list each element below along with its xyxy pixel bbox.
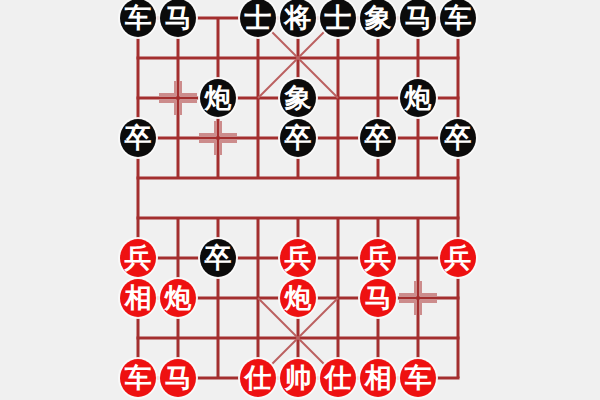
- piece-red-cannon[interactable]: 炮: [280, 279, 316, 317]
- marker-corner-icon: [219, 140, 237, 155]
- piece-black-elephant[interactable]: 象: [280, 79, 316, 117]
- piece-red-soldier[interactable]: 兵: [280, 239, 316, 277]
- marker-corner-icon: [419, 281, 437, 296]
- last-move-marker: [159, 81, 197, 115]
- piece-red-chariot[interactable]: 车: [400, 359, 436, 397]
- piece-red-advisor[interactable]: 仕: [320, 359, 356, 397]
- marker-corner-icon: [159, 81, 177, 96]
- piece-black-chariot[interactable]: 车: [440, 0, 476, 37]
- piece-red-horse[interactable]: 马: [160, 359, 196, 397]
- marker-corner-icon: [199, 140, 217, 155]
- xiangqi-board[interactable]: 车马士将士象马车炮象炮卒卒卒卒兵卒兵兵兵相炮炮马车马仕帅仕相车: [0, 0, 600, 400]
- marker-corner-icon: [159, 100, 177, 115]
- marker-corner-icon: [219, 121, 237, 136]
- piece-red-general[interactable]: 帅: [280, 359, 316, 397]
- piece-black-cannon[interactable]: 炮: [400, 79, 436, 117]
- marker-corner-icon: [399, 300, 417, 315]
- marker-corner-icon: [179, 81, 197, 96]
- last-move-marker: [199, 121, 237, 155]
- marker-corner-icon: [199, 121, 217, 136]
- piece-red-chariot[interactable]: 车: [120, 359, 156, 397]
- piece-black-soldier[interactable]: 卒: [360, 119, 396, 157]
- board-grid-lines: [0, 0, 600, 400]
- piece-black-soldier[interactable]: 卒: [200, 239, 236, 277]
- piece-black-general[interactable]: 将: [280, 0, 316, 37]
- piece-black-horse[interactable]: 马: [160, 0, 196, 37]
- piece-red-cannon[interactable]: 炮: [160, 279, 196, 317]
- piece-black-cannon[interactable]: 炮: [200, 79, 236, 117]
- piece-black-advisor[interactable]: 士: [240, 0, 276, 37]
- marker-corner-icon: [179, 100, 197, 115]
- piece-black-elephant[interactable]: 象: [360, 0, 396, 37]
- piece-red-elephant[interactable]: 相: [360, 359, 396, 397]
- last-move-marker: [399, 281, 437, 315]
- piece-red-advisor[interactable]: 仕: [240, 359, 276, 397]
- piece-black-soldier[interactable]: 卒: [440, 119, 476, 157]
- piece-black-soldier[interactable]: 卒: [120, 119, 156, 157]
- piece-red-soldier[interactable]: 兵: [120, 239, 156, 277]
- marker-corner-icon: [419, 300, 437, 315]
- piece-black-horse[interactable]: 马: [400, 0, 436, 37]
- piece-black-chariot[interactable]: 车: [120, 0, 156, 37]
- piece-red-elephant[interactable]: 相: [120, 279, 156, 317]
- piece-red-soldier[interactable]: 兵: [360, 239, 396, 277]
- piece-red-soldier[interactable]: 兵: [440, 239, 476, 277]
- piece-black-advisor[interactable]: 士: [320, 0, 356, 37]
- piece-red-horse[interactable]: 马: [360, 279, 396, 317]
- marker-corner-icon: [399, 281, 417, 296]
- piece-black-soldier[interactable]: 卒: [280, 119, 316, 157]
